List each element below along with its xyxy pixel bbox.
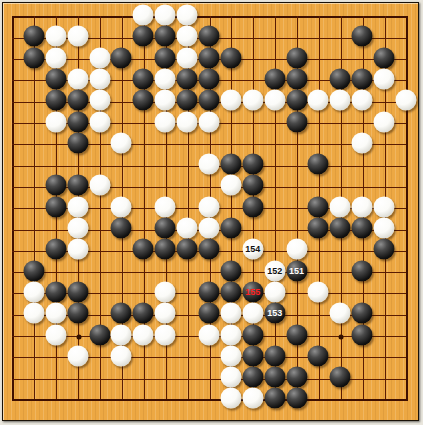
go-board[interactable]: 154152151155153	[2, 2, 419, 421]
black-stone	[111, 218, 132, 239]
black-stone	[286, 388, 307, 409]
black-stone	[111, 303, 132, 324]
black-stone	[220, 154, 241, 175]
black-stone	[242, 367, 263, 388]
white-stone	[155, 90, 176, 111]
black-stone	[177, 239, 198, 260]
black-stone	[352, 324, 373, 345]
black-stone	[286, 111, 307, 132]
black-stone	[374, 239, 395, 260]
white-stone	[242, 388, 263, 409]
white-stone	[374, 68, 395, 89]
black-stone	[242, 175, 263, 196]
black-stone	[308, 196, 329, 217]
white-stone	[220, 324, 241, 345]
black-stone	[45, 90, 66, 111]
black-stone	[220, 47, 241, 68]
black-stone	[330, 367, 351, 388]
white-stone	[111, 324, 132, 345]
white-stone	[177, 5, 198, 26]
black-stone	[111, 47, 132, 68]
black-stone	[286, 324, 307, 345]
black-stone	[330, 68, 351, 89]
black-stone	[352, 218, 373, 239]
black-stone	[352, 68, 373, 89]
black-stone	[45, 68, 66, 89]
black-stone	[155, 47, 176, 68]
white-stone	[111, 196, 132, 217]
black-stone	[199, 281, 220, 302]
board-horizontal-line	[12, 272, 408, 273]
black-stone	[264, 68, 285, 89]
white-stone	[155, 303, 176, 324]
black-stone	[155, 26, 176, 47]
black-stone	[45, 175, 66, 196]
white-stone	[89, 111, 110, 132]
white-stone	[330, 303, 351, 324]
white-stone	[133, 324, 154, 345]
white-stone	[155, 111, 176, 132]
board-horizontal-line	[12, 399, 408, 401]
black-stone	[45, 196, 66, 217]
white-stone	[286, 239, 307, 260]
white-stone	[67, 26, 88, 47]
stone-move-153: 153	[264, 303, 285, 324]
white-stone	[67, 218, 88, 239]
black-stone	[133, 26, 154, 47]
white-stone	[396, 90, 417, 111]
white-stone	[330, 196, 351, 217]
white-stone	[67, 345, 88, 366]
white-stone	[45, 303, 66, 324]
black-stone	[23, 26, 44, 47]
white-stone	[23, 281, 44, 302]
black-stone	[330, 218, 351, 239]
board-vertical-line	[406, 16, 408, 401]
go-app-window: 154152151155153	[0, 0, 423, 425]
black-stone	[199, 68, 220, 89]
white-stone	[133, 5, 154, 26]
black-stone	[199, 303, 220, 324]
black-stone	[264, 345, 285, 366]
white-stone	[155, 5, 176, 26]
white-stone	[220, 90, 241, 111]
white-stone	[352, 90, 373, 111]
black-stone	[89, 324, 110, 345]
white-stone	[199, 154, 220, 175]
black-stone	[45, 281, 66, 302]
white-stone	[352, 196, 373, 217]
white-stone	[199, 196, 220, 217]
white-stone	[89, 47, 110, 68]
black-stone	[67, 111, 88, 132]
black-stone	[177, 68, 198, 89]
black-stone	[67, 90, 88, 111]
white-stone	[308, 90, 329, 111]
black-stone	[199, 26, 220, 47]
white-stone	[45, 111, 66, 132]
white-stone	[220, 367, 241, 388]
hoshi-star-point	[76, 334, 81, 339]
black-stone	[242, 196, 263, 217]
black-stone	[286, 90, 307, 111]
black-stone	[177, 90, 198, 111]
white-stone	[220, 388, 241, 409]
black-stone	[220, 281, 241, 302]
black-stone	[45, 239, 66, 260]
white-stone	[220, 175, 241, 196]
white-stone	[242, 90, 263, 111]
white-stone	[45, 26, 66, 47]
white-stone	[89, 175, 110, 196]
black-stone	[155, 239, 176, 260]
black-stone	[264, 388, 285, 409]
white-stone	[177, 218, 198, 239]
black-stone	[199, 239, 220, 260]
black-stone	[242, 324, 263, 345]
white-stone	[177, 47, 198, 68]
white-stone	[45, 47, 66, 68]
white-stone	[220, 303, 241, 324]
black-stone	[67, 175, 88, 196]
white-stone	[264, 281, 285, 302]
black-stone	[133, 303, 154, 324]
white-stone	[220, 345, 241, 366]
white-stone	[308, 281, 329, 302]
white-stone	[155, 68, 176, 89]
white-stone	[352, 132, 373, 153]
black-stone	[242, 345, 263, 366]
black-stone	[308, 154, 329, 175]
white-stone	[199, 324, 220, 345]
black-stone	[352, 260, 373, 281]
black-stone	[67, 281, 88, 302]
white-stone	[111, 132, 132, 153]
black-stone	[352, 303, 373, 324]
black-stone	[133, 90, 154, 111]
stone-move-152: 152	[264, 260, 285, 281]
white-stone	[374, 218, 395, 239]
black-stone	[286, 47, 307, 68]
white-stone	[89, 90, 110, 111]
black-stone	[220, 218, 241, 239]
black-stone	[23, 260, 44, 281]
black-stone	[199, 47, 220, 68]
black-stone	[352, 26, 373, 47]
black-stone	[155, 218, 176, 239]
black-stone	[133, 68, 154, 89]
black-stone	[133, 239, 154, 260]
white-stone	[67, 239, 88, 260]
black-stone	[220, 260, 241, 281]
white-stone	[23, 303, 44, 324]
white-stone	[89, 68, 110, 89]
white-stone	[177, 26, 198, 47]
black-stone	[23, 47, 44, 68]
stone-move-151: 151	[286, 260, 307, 281]
hoshi-star-point	[339, 334, 344, 339]
black-stone	[199, 90, 220, 111]
black-stone	[286, 367, 307, 388]
black-stone	[242, 154, 263, 175]
black-stone	[286, 68, 307, 89]
white-stone	[67, 68, 88, 89]
white-stone	[111, 345, 132, 366]
black-stone	[67, 303, 88, 324]
white-stone	[45, 324, 66, 345]
white-stone	[155, 324, 176, 345]
black-stone	[67, 132, 88, 153]
stone-move-155: 155	[242, 281, 263, 302]
white-stone	[374, 111, 395, 132]
white-stone	[67, 196, 88, 217]
white-stone	[199, 218, 220, 239]
black-stone	[308, 218, 329, 239]
white-stone	[199, 111, 220, 132]
white-stone	[155, 281, 176, 302]
white-stone	[155, 196, 176, 217]
black-stone	[264, 367, 285, 388]
white-stone	[374, 196, 395, 217]
black-stone	[308, 345, 329, 366]
white-stone	[330, 90, 351, 111]
white-stone	[242, 303, 263, 324]
black-stone	[374, 47, 395, 68]
white-stone	[177, 111, 198, 132]
stone-move-154: 154	[242, 239, 263, 260]
white-stone	[264, 90, 285, 111]
